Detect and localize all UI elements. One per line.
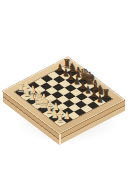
pieces-layer: ♜♞♝♛♚♝♞♜♟♟♟♟♟♟♟♟♟♟♟♟♟♟♟♟♜♞♝♛♚♝♞♜: [0, 0, 140, 187]
chess-set-photo: ♜♞♝♛♚♝♞♜♟♟♟♟♟♟♟♟♟♟♟♟♟♟♟♟♜♞♝♛♚♝♞♜: [0, 0, 140, 187]
white-rook[interactable]: ♜: [55, 112, 65, 124]
black-pawn[interactable]: ♟: [95, 94, 104, 104]
